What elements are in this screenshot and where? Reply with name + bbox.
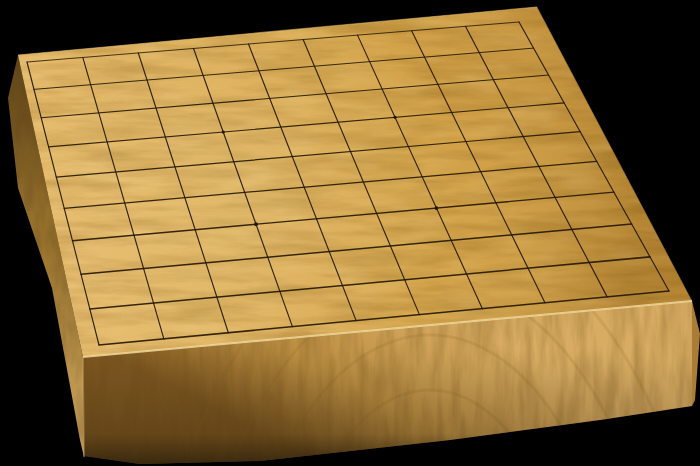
board-scene-svg [0, 0, 700, 466]
star-point [254, 222, 258, 226]
star-point [222, 130, 225, 133]
left-front-arris [83, 357, 84, 457]
star-point [435, 206, 439, 210]
shogi-board-product-photo [0, 0, 700, 466]
star-point [393, 116, 396, 119]
